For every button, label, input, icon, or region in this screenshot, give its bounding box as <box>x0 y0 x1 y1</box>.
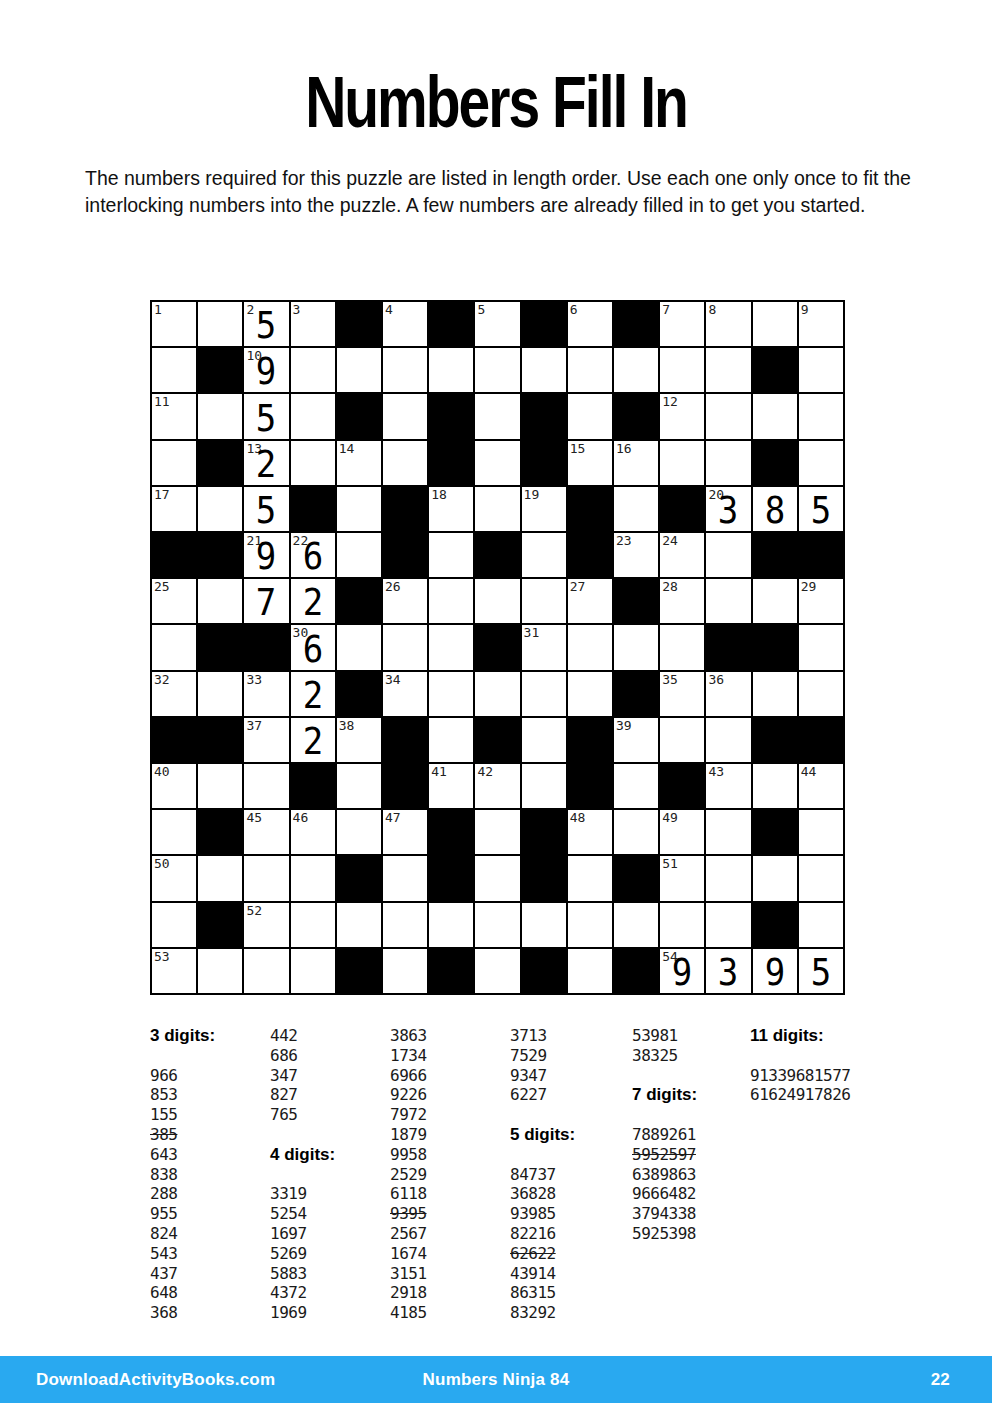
grid-cell[interactable]: 6 <box>568 302 612 346</box>
grid-cell[interactable] <box>152 903 196 947</box>
cell-clue-number: 7 <box>662 303 670 317</box>
grid-cell[interactable] <box>614 625 658 669</box>
grid-cell[interactable] <box>706 903 750 947</box>
grid-cell[interactable] <box>244 949 288 993</box>
black-cell <box>753 810 797 854</box>
black-cell <box>522 441 566 485</box>
grid-cell[interactable] <box>475 348 519 392</box>
list-number: 1969 <box>270 1303 390 1323</box>
black-cell <box>660 487 704 531</box>
list-number: 93985 <box>510 1204 632 1224</box>
grid-cell[interactable] <box>198 487 242 531</box>
grid-cell[interactable]: 27 <box>568 579 612 623</box>
grid-cell[interactable] <box>337 487 381 531</box>
grid-cell[interactable]: 17 <box>152 487 196 531</box>
grid-cell[interactable] <box>522 764 566 808</box>
cell-clue-number: 51 <box>662 857 678 871</box>
black-cell <box>706 625 750 669</box>
grid-cell[interactable] <box>522 903 566 947</box>
grid-cell[interactable] <box>337 533 381 577</box>
list-number: 543 <box>150 1244 270 1264</box>
grid-cell[interactable] <box>799 441 843 485</box>
cell-prefilled-digit: 2 <box>246 446 287 483</box>
grid-cell[interactable] <box>799 810 843 854</box>
list-number: 955 <box>150 1204 270 1224</box>
grid-cell[interactable] <box>198 394 242 438</box>
grid-cell[interactable]: 132 <box>244 441 288 485</box>
grid-cell[interactable] <box>291 394 335 438</box>
list-number: 6227 <box>510 1085 632 1105</box>
grid-cell[interactable] <box>568 348 612 392</box>
grid-cell[interactable]: 52 <box>244 903 288 947</box>
cell-clue-number: 12 <box>662 395 678 409</box>
grid-cell[interactable]: 4 <box>383 302 427 346</box>
black-cell <box>753 441 797 485</box>
grid-cell[interactable]: 48 <box>568 810 612 854</box>
grid-cell[interactable]: 23 <box>614 533 658 577</box>
grid-cell[interactable] <box>152 348 196 392</box>
grid-cell[interactable]: 109 <box>244 348 288 392</box>
grid-cell[interactable] <box>706 441 750 485</box>
grid-cell[interactable] <box>799 625 843 669</box>
grid-cell[interactable] <box>383 394 427 438</box>
cell-clue-number: 38 <box>339 719 355 733</box>
black-cell <box>383 533 427 577</box>
grid-cell[interactable]: 306 <box>291 625 335 669</box>
list-number: 6389863 <box>632 1165 750 1185</box>
list-number: 5925398 <box>632 1224 750 1244</box>
grid-cell[interactable] <box>475 672 519 716</box>
grid-cell[interactable]: 46 <box>291 810 335 854</box>
page: Numbers Fill In The numbers required for… <box>0 0 992 1403</box>
grid-cell[interactable] <box>383 441 427 485</box>
list-number: 966 <box>150 1066 270 1086</box>
grid-cell[interactable] <box>660 903 704 947</box>
grid-cell[interactable]: 8 <box>753 487 797 531</box>
list-number: 827 <box>270 1085 390 1105</box>
black-cell <box>429 441 473 485</box>
grid-cell[interactable]: 226 <box>291 533 335 577</box>
grid-cell[interactable] <box>475 579 519 623</box>
grid-cell[interactable] <box>198 579 242 623</box>
list-number: 3794338 <box>632 1204 750 1224</box>
list-number: 643 <box>150 1145 270 1165</box>
list-column: 53981383257 digits:788926159525976389863… <box>632 1026 750 1323</box>
grid-cell[interactable] <box>753 764 797 808</box>
black-cell <box>429 949 473 993</box>
grid-cell[interactable] <box>244 764 288 808</box>
list-blank <box>632 1244 750 1264</box>
list-blank <box>270 1125 390 1145</box>
list-number: 9226 <box>390 1085 510 1105</box>
grid-cell[interactable] <box>706 394 750 438</box>
page-title: Numbers Fill In <box>0 66 992 139</box>
black-cell <box>337 856 381 900</box>
black-cell <box>522 949 566 993</box>
grid-cell[interactable] <box>706 579 750 623</box>
grid-cell[interactable] <box>706 348 750 392</box>
grid-cell[interactable] <box>660 625 704 669</box>
grid-cell[interactable] <box>475 949 519 993</box>
black-cell <box>429 394 473 438</box>
black-cell <box>383 718 427 762</box>
grid-cell[interactable] <box>614 348 658 392</box>
grid-cell[interactable] <box>383 903 427 947</box>
black-cell <box>522 302 566 346</box>
grid-cell[interactable]: 14 <box>337 441 381 485</box>
grid-cell[interactable]: 41 <box>429 764 473 808</box>
grid-cell[interactable]: 11 <box>152 394 196 438</box>
grid-cell[interactable] <box>614 903 658 947</box>
grid-cell[interactable] <box>383 949 427 993</box>
list-number: 4185 <box>390 1303 510 1323</box>
grid-cell[interactable]: 49 <box>660 810 704 854</box>
black-cell <box>337 949 381 993</box>
cell-clue-number: 19 <box>524 488 540 502</box>
cell-clue-number: 4 <box>385 303 393 317</box>
grid-cell[interactable] <box>706 533 750 577</box>
grid-cell[interactable]: 203 <box>706 487 750 531</box>
grid-cell[interactable] <box>429 625 473 669</box>
grid-cell[interactable]: 31 <box>522 625 566 669</box>
list-number: 1697 <box>270 1224 390 1244</box>
list-blank <box>750 1145 910 1165</box>
list-column: 3863173469669226797218799958252961189395… <box>390 1026 510 1323</box>
grid-cell[interactable]: 50 <box>152 856 196 900</box>
grid-cell[interactable] <box>753 579 797 623</box>
grid-cell[interactable] <box>799 903 843 947</box>
list-number: 36828 <box>510 1184 632 1204</box>
grid-cell[interactable]: 9 <box>799 302 843 346</box>
grid-cell[interactable] <box>475 441 519 485</box>
black-cell <box>568 487 612 531</box>
list-blank <box>750 1244 910 1264</box>
cell-prefilled-digit: 9 <box>246 353 287 390</box>
cell-clue-number: 15 <box>570 442 586 456</box>
grid-cell[interactable] <box>568 856 612 900</box>
grid-cell[interactable] <box>660 718 704 762</box>
list-blank <box>750 1105 910 1125</box>
black-cell <box>383 487 427 531</box>
black-cell <box>198 625 242 669</box>
cell-prefilled-digit: 7 <box>246 584 287 621</box>
grid-cell[interactable]: 9 <box>753 949 797 993</box>
grid-cell[interactable]: 35 <box>660 672 704 716</box>
list-blank <box>510 1105 632 1125</box>
grid-cell[interactable]: 44 <box>799 764 843 808</box>
grid-cell[interactable] <box>429 718 473 762</box>
list-blank <box>510 1145 632 1165</box>
grid-cell[interactable]: 40 <box>152 764 196 808</box>
list-blank <box>150 1046 270 1066</box>
cell-clue-number: 53 <box>154 950 170 964</box>
grid-cell[interactable] <box>337 348 381 392</box>
grid-cell[interactable] <box>198 672 242 716</box>
grid-cell[interactable] <box>244 856 288 900</box>
grid-cell[interactable]: 53 <box>152 949 196 993</box>
black-cell <box>522 394 566 438</box>
black-cell <box>753 903 797 947</box>
list-blank <box>750 1125 910 1145</box>
grid-cell[interactable] <box>799 394 843 438</box>
grid-cell[interactable] <box>799 348 843 392</box>
grid-cell[interactable]: 45 <box>244 810 288 854</box>
black-cell <box>198 533 242 577</box>
cell-clue-number: 50 <box>154 857 170 871</box>
grid-cell[interactable]: 34 <box>383 672 427 716</box>
grid-cell[interactable]: 219 <box>244 533 288 577</box>
black-cell <box>753 348 797 392</box>
black-cell <box>753 533 797 577</box>
grid-cell[interactable] <box>291 441 335 485</box>
grid-cell[interactable] <box>198 949 242 993</box>
list-section-header: 7 digits: <box>632 1085 750 1105</box>
grid-cell[interactable]: 25 <box>152 579 196 623</box>
grid-cell[interactable]: 15 <box>568 441 612 485</box>
list-number: 765 <box>270 1105 390 1125</box>
grid-cell[interactable] <box>429 579 473 623</box>
grid-cell[interactable] <box>568 903 612 947</box>
grid-cell[interactable] <box>522 533 566 577</box>
grid-cell[interactable] <box>475 394 519 438</box>
cell-prefilled-digit: 9 <box>754 954 795 991</box>
cell-clue-number: 46 <box>293 811 309 825</box>
list-number: 1879 <box>390 1125 510 1145</box>
black-cell <box>614 672 658 716</box>
list-column: 3 digits:9668531553856438382889558245434… <box>150 1026 270 1323</box>
cell-clue-number: 45 <box>246 811 262 825</box>
list-number: 2529 <box>390 1165 510 1185</box>
grid-cell[interactable] <box>291 856 335 900</box>
cell-clue-number: 43 <box>708 765 724 779</box>
list-number: 1674 <box>390 1244 510 1264</box>
list-number: 1734 <box>390 1046 510 1066</box>
list-number: 2918 <box>390 1283 510 1303</box>
list-number: 347 <box>270 1066 390 1086</box>
grid-cell[interactable] <box>383 856 427 900</box>
grid-cell[interactable]: 2 <box>291 672 335 716</box>
black-cell <box>383 764 427 808</box>
grid-cell[interactable] <box>337 810 381 854</box>
grid-cell[interactable] <box>522 348 566 392</box>
black-cell <box>198 810 242 854</box>
list-number: 9666482 <box>632 1184 750 1204</box>
cell-clue-number: 34 <box>385 673 401 687</box>
grid-cell[interactable]: 5 <box>475 302 519 346</box>
grid-cell[interactable]: 5 <box>799 487 843 531</box>
grid-cell[interactable] <box>383 625 427 669</box>
grid-cell[interactable]: 5 <box>244 394 288 438</box>
grid-cell[interactable] <box>522 672 566 716</box>
grid-cell[interactable] <box>706 810 750 854</box>
cell-clue-number: 40 <box>154 765 170 779</box>
cell-clue-number: 17 <box>154 488 170 502</box>
grid-cell[interactable]: 19 <box>522 487 566 531</box>
list-blank <box>632 1105 750 1125</box>
cell-prefilled-digit: 3 <box>708 492 749 529</box>
list-section-header: 5 digits: <box>510 1125 632 1145</box>
grid-cell[interactable]: 1 <box>152 302 196 346</box>
grid-cell[interactable] <box>660 441 704 485</box>
list-blank <box>750 1303 910 1323</box>
list-number: 853 <box>150 1085 270 1105</box>
grid-cell[interactable] <box>198 302 242 346</box>
grid-cell[interactable] <box>568 949 612 993</box>
grid-cell[interactable] <box>291 348 335 392</box>
list-number: 3863 <box>390 1026 510 1046</box>
grid-cell[interactable] <box>568 625 612 669</box>
grid-cell[interactable]: 16 <box>614 441 658 485</box>
grid-cell[interactable] <box>429 533 473 577</box>
grid-cell[interactable] <box>198 764 242 808</box>
grid-cell[interactable] <box>753 856 797 900</box>
grid-cell[interactable] <box>660 348 704 392</box>
grid-cell[interactable] <box>429 903 473 947</box>
grid-cell[interactable]: 47 <box>383 810 427 854</box>
grid-cell[interactable]: 12 <box>660 394 704 438</box>
grid-cell[interactable] <box>198 856 242 900</box>
list-number: 3151 <box>390 1264 510 1284</box>
list-number: 61624917826 <box>750 1085 910 1105</box>
black-cell <box>337 672 381 716</box>
grid-cell[interactable]: 2 <box>291 579 335 623</box>
list-number: 7529 <box>510 1046 632 1066</box>
grid-cell[interactable] <box>568 394 612 438</box>
grid-cell[interactable] <box>152 810 196 854</box>
cell-clue-number: 1 <box>154 303 162 317</box>
grid-cell[interactable] <box>475 903 519 947</box>
cell-clue-number: 14 <box>339 442 355 456</box>
grid-cell[interactable]: 25 <box>244 302 288 346</box>
grid-cell[interactable]: 5 <box>244 487 288 531</box>
list-number: 86315 <box>510 1283 632 1303</box>
grid-cell[interactable] <box>799 672 843 716</box>
grid-cell[interactable]: 29 <box>799 579 843 623</box>
grid-cell[interactable]: 549 <box>660 949 704 993</box>
list-blank <box>632 1283 750 1303</box>
grid-cell[interactable] <box>799 856 843 900</box>
grid-cell[interactable] <box>522 579 566 623</box>
list-section-header: 4 digits: <box>270 1145 390 1165</box>
grid-cell[interactable] <box>706 856 750 900</box>
grid-cell[interactable]: 3 <box>706 949 750 993</box>
list-blank <box>632 1264 750 1284</box>
cell-clue-number: 9 <box>801 303 809 317</box>
grid-cell[interactable] <box>337 625 381 669</box>
grid-cell[interactable] <box>706 718 750 762</box>
grid-cell[interactable]: 2 <box>291 718 335 762</box>
grid-cell[interactable] <box>152 625 196 669</box>
cell-clue-number: 37 <box>246 719 262 733</box>
cell-prefilled-digit: 5 <box>801 492 842 529</box>
black-cell <box>198 903 242 947</box>
grid-cell[interactable]: 51 <box>660 856 704 900</box>
grid-cell[interactable]: 18 <box>429 487 473 531</box>
grid-cell[interactable]: 36 <box>706 672 750 716</box>
list-blank <box>632 1066 750 1086</box>
list-number: 3319 <box>270 1184 390 1204</box>
black-cell <box>152 718 196 762</box>
black-cell <box>198 441 242 485</box>
list-number: 91339681577 <box>750 1066 910 1086</box>
list-number: 2567 <box>390 1224 510 1244</box>
grid-cell[interactable] <box>522 718 566 762</box>
cell-prefilled-digit: 5 <box>246 492 287 529</box>
list-number: 824 <box>150 1224 270 1244</box>
black-cell <box>475 718 519 762</box>
grid-cell[interactable] <box>614 764 658 808</box>
grid-cell[interactable]: 39 <box>614 718 658 762</box>
list-number: 38325 <box>632 1046 750 1066</box>
grid-cell[interactable] <box>568 672 612 716</box>
grid-cell[interactable]: 5 <box>799 949 843 993</box>
grid-cell[interactable] <box>429 672 473 716</box>
grid-cell[interactable]: 43 <box>706 764 750 808</box>
grid-cell[interactable]: 33 <box>244 672 288 716</box>
black-cell <box>244 625 288 669</box>
black-cell <box>568 718 612 762</box>
cell-clue-number: 48 <box>570 811 586 825</box>
list-number: 5269 <box>270 1244 390 1264</box>
grid-cell[interactable] <box>753 672 797 716</box>
grid-cell[interactable]: 32 <box>152 672 196 716</box>
grid-cell[interactable]: 8 <box>706 302 750 346</box>
list-number: 648 <box>150 1283 270 1303</box>
grid-cell[interactable]: 28 <box>660 579 704 623</box>
grid-cell[interactable] <box>291 949 335 993</box>
cell-clue-number: 6 <box>570 303 578 317</box>
grid-cell[interactable] <box>337 764 381 808</box>
grid-cell[interactable]: 3 <box>291 302 335 346</box>
grid-cell[interactable] <box>429 348 473 392</box>
black-cell <box>614 579 658 623</box>
grid-cell[interactable] <box>475 487 519 531</box>
grid-cell[interactable] <box>152 441 196 485</box>
grid-cell[interactable] <box>753 302 797 346</box>
grid-cell[interactable] <box>614 810 658 854</box>
grid-cell[interactable]: 24 <box>660 533 704 577</box>
black-cell <box>152 533 196 577</box>
grid-cell[interactable] <box>475 810 519 854</box>
list-number: 7972 <box>390 1105 510 1125</box>
grid-cell[interactable] <box>753 394 797 438</box>
cell-clue-number: 16 <box>616 442 632 456</box>
list-blank <box>750 1204 910 1224</box>
grid-cell[interactable]: 7 <box>660 302 704 346</box>
cell-clue-number: 11 <box>154 395 170 409</box>
grid-cell[interactable]: 37 <box>244 718 288 762</box>
grid-cell[interactable] <box>337 903 381 947</box>
cell-clue-number: 35 <box>662 673 678 687</box>
list-number: 62622 <box>510 1244 632 1264</box>
cell-clue-number: 33 <box>246 673 262 687</box>
grid-cell[interactable] <box>291 903 335 947</box>
grid-cell[interactable]: 26 <box>383 579 427 623</box>
cell-clue-number: 25 <box>154 580 170 594</box>
grid-cell[interactable] <box>614 487 658 531</box>
grid-cell[interactable] <box>383 348 427 392</box>
grid-cell[interactable]: 7 <box>244 579 288 623</box>
grid-cell[interactable] <box>475 856 519 900</box>
cell-prefilled-digit: 5 <box>801 954 842 991</box>
black-cell <box>291 487 335 531</box>
black-cell <box>799 718 843 762</box>
cell-prefilled-digit: 9 <box>246 538 287 575</box>
grid-cell[interactable]: 38 <box>337 718 381 762</box>
list-number: 5952597 <box>632 1145 750 1165</box>
grid-cell[interactable]: 42 <box>475 764 519 808</box>
list-number: 84737 <box>510 1165 632 1185</box>
